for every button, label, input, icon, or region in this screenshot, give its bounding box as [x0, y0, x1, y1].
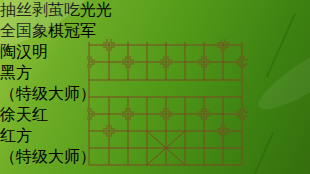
point-markers	[87, 39, 248, 137]
thumbnail-stage: 象棋爱好者 砲炮象相卒相仕仕帥 抽丝剥茧吃光光 全国象棋冠军 陶汉明 黑方 （特…	[0, 0, 310, 174]
xiangqi-board[interactable]: 象棋爱好者 砲炮象相卒相仕仕帥	[87, 38, 250, 174]
board-grid	[87, 38, 257, 174]
